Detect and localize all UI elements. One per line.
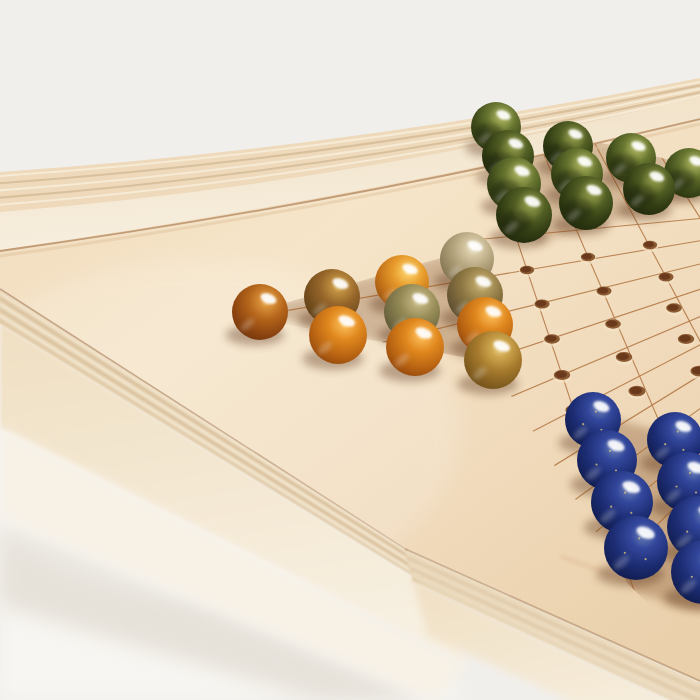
board-hole[interactable] (615, 352, 634, 365)
board-hole[interactable] (543, 334, 561, 347)
lapis-fleck (695, 491, 697, 493)
marble-body (604, 516, 668, 580)
lapis-fleck (630, 512, 632, 514)
board-scene (0, 0, 700, 700)
lapis-fleck (645, 558, 647, 560)
board-hole[interactable] (657, 273, 674, 285)
lapis-fleck (689, 472, 691, 474)
lapis-fleck (610, 506, 612, 508)
marble-body (386, 318, 444, 376)
board-hole[interactable] (580, 253, 596, 264)
board-hole[interactable] (627, 386, 646, 400)
lapis-fleck (595, 463, 597, 465)
board-hole[interactable] (642, 241, 658, 252)
lapis-fleck (664, 443, 666, 445)
lapis-fleck (624, 552, 626, 554)
lapis-fleck (595, 411, 597, 413)
marble-body (309, 306, 367, 364)
lapis-fleck (638, 537, 640, 539)
board-hole[interactable] (665, 303, 683, 316)
lapis-fleck (615, 469, 617, 471)
board-hole[interactable] (533, 300, 550, 312)
board-hole[interactable] (595, 287, 612, 299)
lapis-fleck (609, 450, 611, 452)
lapis-fleck (691, 576, 693, 578)
lapis-fleck (675, 485, 677, 487)
lapis-fleck (582, 423, 584, 425)
lapis-fleck (677, 431, 679, 433)
lapis-fleck (682, 449, 684, 451)
board-hole[interactable] (519, 266, 535, 277)
board-hole[interactable] (677, 334, 696, 347)
lapis-fleck (686, 531, 688, 533)
lapis-fleck (624, 492, 626, 494)
marble-body (232, 284, 288, 340)
board-hole[interactable] (604, 319, 622, 332)
board-hole[interactable] (553, 370, 572, 383)
photo-of-chinese-checkers-board (0, 0, 700, 700)
marble-body (464, 331, 522, 389)
